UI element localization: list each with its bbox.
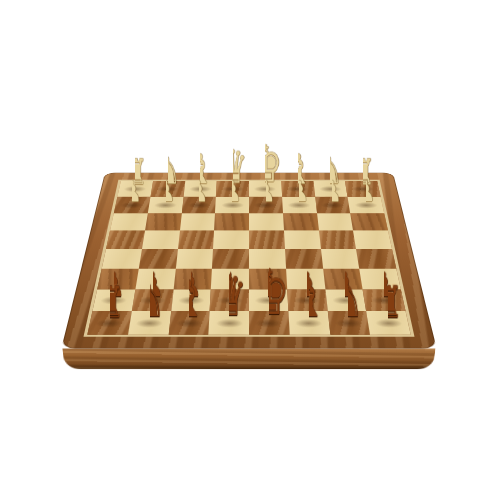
chessboard[interactable]: ♜♞♝♛♚♝♞♜♟♟♟♟♟♟♟♟♟♟♟♟♟♟♟♟♜♞♝♛♚♝♞♜ [61, 173, 436, 349]
square-3-4[interactable] [249, 231, 285, 249]
square-3-1[interactable] [142, 231, 180, 249]
square-1-0[interactable]: ♟ [114, 197, 150, 213]
square-7-6[interactable]: ♞ [327, 311, 370, 334]
square-1-4[interactable]: ♟ [249, 197, 283, 213]
square-2-5[interactable] [283, 213, 319, 230]
square-1-6[interactable]: ♟ [315, 197, 351, 213]
square-7-5[interactable]: ♝ [288, 311, 330, 334]
board-front-edge [62, 348, 435, 369]
square-2-0[interactable] [110, 213, 148, 230]
square-7-2[interactable]: ♝ [168, 311, 210, 334]
square-1-2[interactable]: ♟ [181, 197, 216, 213]
square-2-3[interactable] [214, 213, 249, 230]
square-7-4[interactable]: ♚ [249, 311, 289, 334]
photo-background: ♜♞♝♛♚♝♞♜♟♟♟♟♟♟♟♟♟♟♟♟♟♟♟♟♜♞♝♛♚♝♞♜ [0, 0, 500, 500]
square-3-7[interactable] [353, 231, 392, 249]
square-3-5[interactable] [284, 231, 321, 249]
square-7-3[interactable]: ♛ [209, 311, 249, 334]
board-grid: ♜♞♝♛♚♝♞♜♟♟♟♟♟♟♟♟♟♟♟♟♟♟♟♟♜♞♝♛♚♝♞♜ [87, 181, 410, 335]
square-1-1[interactable]: ♟ [148, 197, 184, 213]
square-2-1[interactable] [145, 213, 182, 230]
square-2-2[interactable] [180, 213, 216, 230]
square-2-7[interactable] [350, 213, 388, 230]
square-3-2[interactable] [178, 231, 215, 249]
square-7-1[interactable]: ♞ [128, 311, 171, 334]
square-7-0[interactable]: ♜ [87, 311, 131, 334]
square-1-7[interactable]: ♟ [348, 197, 384, 213]
square-2-6[interactable] [317, 213, 354, 230]
square-3-3[interactable] [213, 231, 249, 249]
square-3-0[interactable] [106, 231, 145, 249]
square-3-6[interactable] [318, 231, 356, 249]
square-1-3[interactable]: ♟ [215, 197, 249, 213]
square-7-7[interactable]: ♜ [366, 311, 410, 334]
square-1-5[interactable]: ♟ [282, 197, 317, 213]
square-2-4[interactable] [249, 213, 284, 230]
